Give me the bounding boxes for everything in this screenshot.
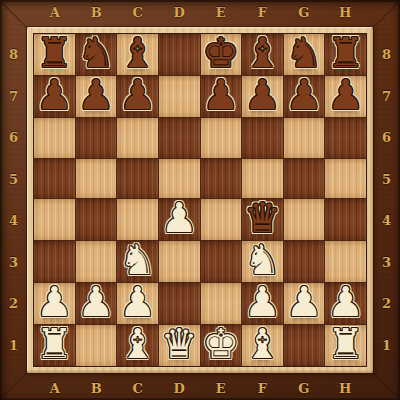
white-pawn[interactable]: ♟ [161, 198, 198, 239]
rank-label-4: 4 [9, 213, 18, 228]
white-pawn[interactable]: ♟ [78, 282, 115, 323]
square-c7[interactable]: ♟ [117, 76, 158, 117]
white-pawn[interactable]: ♟ [36, 282, 73, 323]
square-f3[interactable]: ♞ [242, 241, 283, 282]
square-b4[interactable] [76, 199, 117, 240]
square-d2[interactable] [159, 283, 200, 324]
square-g1[interactable] [284, 325, 325, 366]
square-b1[interactable] [76, 325, 117, 366]
black-knight[interactable]: ♞ [286, 33, 323, 74]
square-e1[interactable]: ♚ [201, 325, 242, 366]
chess-board: ♜♞♝♚♝♞♜♟♟♟♟♟♟♟♟♛♞♞♟♟♟♟♟♟♜♝♛♚♝♜ [34, 34, 366, 366]
file-label-d: D [174, 5, 185, 20]
file-labels-bottom: ABCDEFGH [34, 375, 366, 400]
rank-label-4: 4 [382, 213, 391, 228]
square-h1[interactable]: ♜ [325, 325, 366, 366]
square-d4[interactable]: ♟ [159, 199, 200, 240]
file-label-g: G [298, 381, 309, 396]
square-c6[interactable] [117, 118, 158, 158]
rank-label-5: 5 [382, 172, 391, 187]
file-label-f: F [258, 5, 267, 20]
square-g2[interactable]: ♟ [284, 283, 325, 324]
square-h4[interactable] [325, 199, 366, 240]
square-b6[interactable] [76, 118, 117, 158]
black-pawn[interactable]: ♟ [244, 75, 281, 116]
square-b2[interactable]: ♟ [76, 283, 117, 324]
rank-label-5: 5 [9, 172, 18, 187]
square-b7[interactable]: ♟ [76, 76, 117, 117]
square-c5[interactable] [117, 159, 158, 199]
white-pawn[interactable]: ♟ [244, 282, 281, 323]
black-pawn[interactable]: ♟ [286, 75, 323, 116]
rank-label-7: 7 [9, 89, 18, 104]
file-label-a: A [50, 5, 60, 20]
frame-miter-bottom-left [0, 371, 28, 400]
square-a3[interactable] [34, 241, 75, 282]
square-a5[interactable] [34, 159, 75, 199]
square-e2[interactable] [201, 283, 242, 324]
frame-miter-top-left [0, 0, 28, 29]
black-bishop[interactable]: ♝ [119, 33, 156, 74]
rank-label-3: 3 [382, 255, 391, 270]
white-rook[interactable]: ♜ [36, 324, 73, 365]
rank-label-6: 6 [382, 130, 391, 145]
white-queen[interactable]: ♛ [161, 324, 198, 365]
file-label-b: B [91, 381, 102, 396]
file-label-g: G [298, 5, 309, 20]
square-c3[interactable]: ♞ [117, 241, 158, 282]
square-h7[interactable]: ♟ [325, 76, 366, 117]
square-h8[interactable]: ♜ [325, 34, 366, 75]
file-label-f: F [258, 381, 267, 396]
square-e6[interactable] [201, 118, 242, 158]
file-label-h: H [339, 381, 351, 396]
white-bishop[interactable]: ♝ [119, 324, 156, 365]
file-label-e: E [216, 5, 226, 20]
square-g4[interactable] [284, 199, 325, 240]
file-labels-top: ABCDEFGH [34, 0, 366, 26]
frame-miter-bottom-right [372, 371, 400, 400]
rank-label-8: 8 [9, 47, 18, 62]
rank-label-1: 1 [9, 338, 18, 353]
black-rook[interactable]: ♜ [327, 33, 364, 74]
square-f4[interactable]: ♛ [242, 199, 283, 240]
square-d1[interactable]: ♛ [159, 325, 200, 366]
black-pawn[interactable]: ♟ [327, 75, 364, 116]
square-e3[interactable] [201, 241, 242, 282]
black-knight[interactable]: ♞ [78, 33, 115, 74]
rank-label-1: 1 [382, 338, 391, 353]
rank-label-6: 6 [9, 130, 18, 145]
square-c4[interactable] [117, 199, 158, 240]
square-f6[interactable] [242, 118, 283, 158]
square-c1[interactable]: ♝ [117, 325, 158, 366]
square-g6[interactable] [284, 118, 325, 158]
square-f7[interactable]: ♟ [242, 76, 283, 117]
square-h2[interactable]: ♟ [325, 283, 366, 324]
white-pawn[interactable]: ♟ [119, 282, 156, 323]
file-label-c: C [133, 381, 143, 396]
black-pawn[interactable]: ♟ [78, 75, 115, 116]
square-h6[interactable] [325, 118, 366, 158]
square-b3[interactable] [76, 241, 117, 282]
rank-labels-right: 87654321 [373, 34, 400, 366]
square-d3[interactable] [159, 241, 200, 282]
white-knight[interactable]: ♞ [244, 240, 281, 281]
square-f5[interactable] [242, 159, 283, 199]
rank-label-8: 8 [382, 47, 391, 62]
square-a7[interactable]: ♟ [34, 76, 75, 117]
rank-label-7: 7 [382, 89, 391, 104]
black-queen[interactable]: ♛ [244, 198, 281, 239]
square-d6[interactable] [159, 118, 200, 158]
rank-labels-left: 87654321 [0, 34, 27, 366]
black-pawn[interactable]: ♟ [119, 75, 156, 116]
file-label-h: H [339, 5, 351, 20]
square-a4[interactable] [34, 199, 75, 240]
square-a2[interactable]: ♟ [34, 283, 75, 324]
white-rook[interactable]: ♜ [327, 324, 364, 365]
square-d7[interactable] [159, 76, 200, 117]
square-c8[interactable]: ♝ [117, 34, 158, 75]
white-pawn[interactable]: ♟ [327, 282, 364, 323]
square-g7[interactable]: ♟ [284, 76, 325, 117]
square-a6[interactable] [34, 118, 75, 158]
frame-miter-top-right [372, 0, 400, 29]
square-e8[interactable]: ♚ [201, 34, 242, 75]
file-label-e: E [216, 381, 226, 396]
white-bishop[interactable]: ♝ [244, 324, 281, 365]
black-pawn[interactable]: ♟ [36, 75, 73, 116]
white-knight[interactable]: ♞ [119, 240, 156, 281]
file-label-a: A [50, 381, 60, 396]
black-king[interactable]: ♚ [202, 33, 239, 74]
square-b8[interactable]: ♞ [76, 34, 117, 75]
square-e7[interactable]: ♟ [201, 76, 242, 117]
square-b5[interactable] [76, 159, 117, 199]
square-e5[interactable] [201, 159, 242, 199]
black-pawn[interactable]: ♟ [202, 75, 239, 116]
square-g3[interactable] [284, 241, 325, 282]
square-e4[interactable] [201, 199, 242, 240]
square-a1[interactable]: ♜ [34, 325, 75, 366]
square-f2[interactable]: ♟ [242, 283, 283, 324]
file-label-c: C [133, 5, 143, 20]
square-a8[interactable]: ♜ [34, 34, 75, 75]
file-label-d: D [174, 381, 185, 396]
square-f8[interactable]: ♝ [242, 34, 283, 75]
black-rook[interactable]: ♜ [36, 33, 73, 74]
rank-label-3: 3 [9, 255, 18, 270]
rank-label-2: 2 [382, 296, 391, 311]
white-king[interactable]: ♚ [202, 324, 239, 365]
square-c2[interactable]: ♟ [117, 283, 158, 324]
square-g8[interactable]: ♞ [284, 34, 325, 75]
square-h3[interactable] [325, 241, 366, 282]
square-d8[interactable] [159, 34, 200, 75]
rank-label-2: 2 [9, 296, 18, 311]
square-f1[interactable]: ♝ [242, 325, 283, 366]
black-bishop[interactable]: ♝ [244, 33, 281, 74]
square-g5[interactable] [284, 159, 325, 199]
square-d5[interactable] [159, 159, 200, 199]
square-h5[interactable] [325, 159, 366, 199]
white-pawn[interactable]: ♟ [286, 282, 323, 323]
chess-board-window: ABCDEFGH ABCDEFGH 87654321 87654321 ♜♞♝♚… [0, 0, 400, 400]
board-inner-border: ♜♞♝♚♝♞♜♟♟♟♟♟♟♟♟♛♞♞♟♟♟♟♟♟♜♝♛♚♝♜ [27, 27, 373, 373]
file-label-b: B [91, 5, 102, 20]
